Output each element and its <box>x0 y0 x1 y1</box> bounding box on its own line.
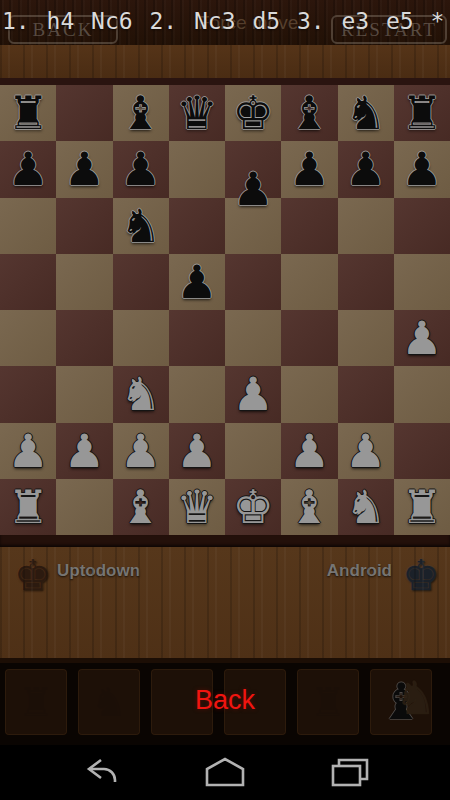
wood-king-piece-icon: ♚ <box>14 555 52 597</box>
square-c6[interactable]: ♞ <box>113 198 169 254</box>
bottom-tray: ♜♞♜♝♞ Back <box>0 663 450 745</box>
black-pawn[interactable]: ♟ <box>169 254 225 310</box>
white-queen[interactable]: ♛ <box>169 479 225 535</box>
uptodown-label: Uptodown <box>57 561 140 581</box>
square-e5[interactable] <box>225 254 281 310</box>
android-nav-bar <box>0 745 450 800</box>
square-h3[interactable] <box>394 366 450 422</box>
square-c7[interactable]: ♟ <box>113 141 169 197</box>
square-e8[interactable]: ♚ <box>225 85 281 141</box>
square-e7[interactable]: ♟ <box>225 141 281 197</box>
square-f6[interactable] <box>281 198 337 254</box>
square-g3[interactable] <box>338 366 394 422</box>
back-overlay-button[interactable]: Back <box>0 685 450 716</box>
square-g5[interactable] <box>338 254 394 310</box>
square-f4[interactable] <box>281 310 337 366</box>
square-h2[interactable] <box>394 423 450 479</box>
square-h6[interactable] <box>394 198 450 254</box>
square-g8[interactable]: ♞ <box>338 85 394 141</box>
square-a4[interactable] <box>0 310 56 366</box>
android-label: Android <box>327 561 392 581</box>
black-king-piece-icon: ♚ <box>402 555 440 597</box>
square-a1[interactable]: ♜ <box>0 479 56 535</box>
square-b8[interactable] <box>56 85 112 141</box>
white-pawn[interactable]: ♟ <box>113 423 169 479</box>
square-a6[interactable] <box>0 198 56 254</box>
black-bishop[interactable]: ♝ <box>113 85 169 141</box>
square-d3[interactable] <box>169 366 225 422</box>
square-h4[interactable]: ♟ <box>394 310 450 366</box>
square-d6[interactable] <box>169 198 225 254</box>
white-king[interactable]: ♚ <box>225 479 281 535</box>
square-d5[interactable]: ♟ <box>169 254 225 310</box>
square-a5[interactable] <box>0 254 56 310</box>
square-b2[interactable]: ♟ <box>56 423 112 479</box>
square-b6[interactable] <box>56 198 112 254</box>
black-pawn[interactable]: ♟ <box>281 141 337 197</box>
white-rook[interactable]: ♜ <box>394 479 450 535</box>
white-pawn[interactable]: ♟ <box>394 310 450 366</box>
top-bar: BACK RESTART Force move 1. h4 Nc6 2. Nc3… <box>0 0 450 45</box>
white-pawn[interactable]: ♟ <box>169 423 225 479</box>
square-c8[interactable]: ♝ <box>113 85 169 141</box>
square-h7[interactable]: ♟ <box>394 141 450 197</box>
square-g1[interactable]: ♞ <box>338 479 394 535</box>
black-knight[interactable]: ♞ <box>113 198 169 254</box>
white-pawn[interactable]: ♟ <box>0 423 56 479</box>
square-b3[interactable] <box>56 366 112 422</box>
square-a2[interactable]: ♟ <box>0 423 56 479</box>
board-frame-top <box>0 45 450 78</box>
square-f2[interactable]: ♟ <box>281 423 337 479</box>
square-c5[interactable] <box>113 254 169 310</box>
square-g4[interactable] <box>338 310 394 366</box>
square-f7[interactable]: ♟ <box>281 141 337 197</box>
square-e1[interactable]: ♚ <box>225 479 281 535</box>
back-nav-icon[interactable] <box>76 754 124 792</box>
square-a3[interactable] <box>0 366 56 422</box>
board-edge-top <box>0 78 450 85</box>
black-pawn[interactable]: ♟ <box>394 141 450 197</box>
recents-nav-icon[interactable] <box>326 754 374 792</box>
white-knight[interactable]: ♞ <box>338 479 394 535</box>
square-f3[interactable] <box>281 366 337 422</box>
square-d4[interactable] <box>169 310 225 366</box>
black-rook[interactable]: ♜ <box>0 85 56 141</box>
black-pawn[interactable]: ♟ <box>0 141 56 197</box>
square-c3[interactable]: ♞ <box>113 366 169 422</box>
square-b7[interactable]: ♟ <box>56 141 112 197</box>
black-rook[interactable]: ♜ <box>394 85 450 141</box>
square-e2[interactable] <box>225 423 281 479</box>
square-d1[interactable]: ♛ <box>169 479 225 535</box>
square-g7[interactable]: ♟ <box>338 141 394 197</box>
chess-app-screen: BACK RESTART Force move 1. h4 Nc6 2. Nc3… <box>0 0 450 800</box>
black-pawn[interactable]: ♟ <box>338 141 394 197</box>
square-g6[interactable] <box>338 198 394 254</box>
square-c2[interactable]: ♟ <box>113 423 169 479</box>
square-d2[interactable]: ♟ <box>169 423 225 479</box>
move-list-text: 1. h4 Nc6 2. Nc3 d5 3. e3 e5 * <box>2 8 448 34</box>
chess-board[interactable]: ♜♝♛♚♝♞♜♟♟♟♟♟♟♟♞♟♟♞♟♟♟♟♟♟♟♜♝♛♚♝♞♜ <box>0 85 450 535</box>
white-pawn[interactable]: ♟ <box>281 423 337 479</box>
square-c4[interactable] <box>113 310 169 366</box>
square-b5[interactable] <box>56 254 112 310</box>
square-f5[interactable] <box>281 254 337 310</box>
square-f1[interactable]: ♝ <box>281 479 337 535</box>
black-pawn[interactable]: ♟ <box>113 141 169 197</box>
white-pawn[interactable]: ♟ <box>225 366 281 422</box>
square-b1[interactable] <box>56 479 112 535</box>
square-d8[interactable]: ♛ <box>169 85 225 141</box>
square-c1[interactable]: ♝ <box>113 479 169 535</box>
square-d7[interactable] <box>169 141 225 197</box>
black-pawn-animating[interactable]: ♟ <box>225 162 281 218</box>
square-e3[interactable]: ♟ <box>225 366 281 422</box>
black-queen[interactable]: ♛ <box>169 85 225 141</box>
square-h8[interactable]: ♜ <box>394 85 450 141</box>
board-edge-bottom <box>0 535 450 547</box>
square-h1[interactable]: ♜ <box>394 479 450 535</box>
white-bishop[interactable]: ♝ <box>281 479 337 535</box>
square-g2[interactable]: ♟ <box>338 423 394 479</box>
white-pawn[interactable]: ♟ <box>56 423 112 479</box>
square-b4[interactable] <box>56 310 112 366</box>
black-pawn[interactable]: ♟ <box>56 141 112 197</box>
white-rook[interactable]: ♜ <box>0 479 56 535</box>
white-pawn[interactable]: ♟ <box>338 423 394 479</box>
square-f8[interactable]: ♝ <box>281 85 337 141</box>
square-h5[interactable] <box>394 254 450 310</box>
black-bishop[interactable]: ♝ <box>281 85 337 141</box>
square-a8[interactable]: ♜ <box>0 85 56 141</box>
square-e4[interactable] <box>225 310 281 366</box>
lower-wood-panel: ♚ Uptodown Android ♚ <box>0 547 450 658</box>
white-bishop[interactable]: ♝ <box>113 479 169 535</box>
black-king[interactable]: ♚ <box>225 85 281 141</box>
white-knight[interactable]: ♞ <box>113 366 169 422</box>
home-nav-icon[interactable] <box>201 754 249 792</box>
square-a7[interactable]: ♟ <box>0 141 56 197</box>
black-knight[interactable]: ♞ <box>338 85 394 141</box>
